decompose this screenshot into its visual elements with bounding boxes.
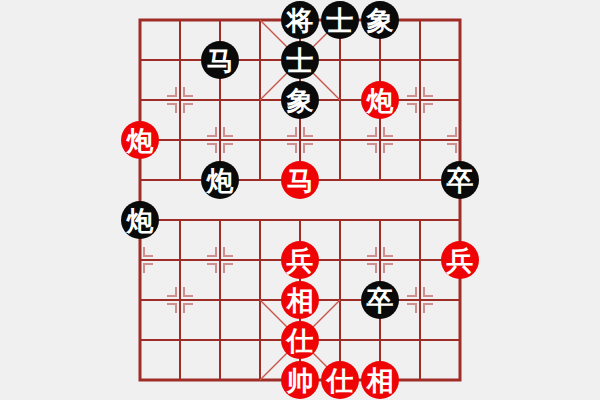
piece-red-advisor[interactable]: 仕 bbox=[321, 361, 359, 399]
piece-red-soldier[interactable]: 兵 bbox=[281, 241, 319, 279]
piece-red-elephant[interactable]: 相 bbox=[281, 281, 319, 319]
piece-black-elephant[interactable]: 象 bbox=[361, 1, 399, 39]
piece-red-elephant[interactable]: 相 bbox=[361, 361, 399, 399]
piece-black-advisor[interactable]: 士 bbox=[321, 1, 359, 39]
piece-red-cannon[interactable]: 炮 bbox=[121, 121, 159, 159]
piece-black-soldier[interactable]: 卒 bbox=[361, 281, 399, 319]
piece-black-general[interactable]: 将 bbox=[281, 1, 319, 39]
piece-red-horse[interactable]: 马 bbox=[281, 161, 319, 199]
piece-black-cannon[interactable]: 炮 bbox=[201, 161, 239, 199]
piece-black-advisor[interactable]: 士 bbox=[281, 41, 319, 79]
piece-black-soldier[interactable]: 卒 bbox=[441, 161, 479, 199]
xiangqi-board: 将士象马士象炮炮炮马卒炮兵兵相卒仕帅仕相 bbox=[0, 0, 600, 400]
piece-red-cannon[interactable]: 炮 bbox=[361, 81, 399, 119]
piece-red-advisor[interactable]: 仕 bbox=[281, 321, 319, 359]
piece-black-horse[interactable]: 马 bbox=[201, 41, 239, 79]
piece-red-general[interactable]: 帅 bbox=[281, 361, 319, 399]
piece-red-soldier[interactable]: 兵 bbox=[441, 241, 479, 279]
piece-black-elephant[interactable]: 象 bbox=[281, 81, 319, 119]
piece-grid: 将士象马士象炮炮炮马卒炮兵兵相卒仕帅仕相 bbox=[120, 0, 480, 400]
piece-black-cannon[interactable]: 炮 bbox=[121, 201, 159, 239]
